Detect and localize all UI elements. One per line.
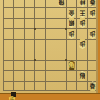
star-point	[65, 28, 67, 30]
shogi-board[interactable]: 飛桂香金王歩銀歩歩歩歩角飛香	[0, 0, 98, 93]
star-point	[65, 59, 67, 61]
captured-piece-tray-icon[interactable]: 歩	[8, 92, 18, 100]
piece-glyph: 歩	[69, 29, 75, 38]
piece-glyph: 金	[69, 8, 75, 17]
piece-glyph: 歩	[90, 8, 96, 17]
piece-glyph: 香	[90, 82, 96, 91]
piece-glyph: 角	[69, 61, 75, 70]
board-right-edge	[96, 0, 98, 93]
piece-glyph: 王	[79, 8, 85, 17]
star-point	[34, 28, 36, 30]
star-point	[34, 59, 36, 61]
shogi-app: 飛桂香金王歩銀歩歩歩歩角飛香 歩	[0, 0, 100, 100]
piece-glyph: 歩	[90, 29, 96, 38]
piece-glyph: 飛	[79, 71, 85, 80]
